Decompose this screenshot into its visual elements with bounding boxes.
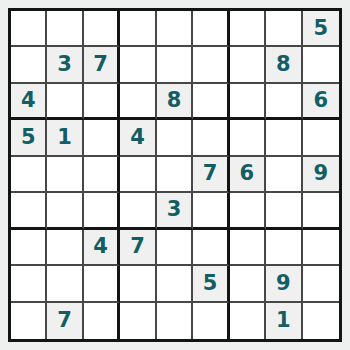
cell-r3c8[interactable] bbox=[266, 84, 302, 120]
cell-r3c4[interactable] bbox=[120, 84, 156, 120]
cell-r6c5[interactable]: 3 bbox=[157, 193, 193, 229]
cell-r9c5[interactable] bbox=[157, 303, 193, 339]
cell-r4c5[interactable] bbox=[157, 120, 193, 156]
cell-r6c6[interactable] bbox=[193, 193, 229, 229]
cell-r1c1[interactable] bbox=[11, 11, 47, 47]
cell-r4c9[interactable] bbox=[303, 120, 339, 156]
cell-r8c7[interactable] bbox=[230, 266, 266, 302]
cell-r5c5[interactable] bbox=[157, 157, 193, 193]
cell-r5c6[interactable]: 7 bbox=[193, 157, 229, 193]
cell-r6c9[interactable] bbox=[303, 193, 339, 229]
cell-r2c6[interactable] bbox=[193, 47, 229, 83]
cell-r3c5[interactable]: 8 bbox=[157, 84, 193, 120]
cell-r4c4[interactable]: 4 bbox=[120, 120, 156, 156]
cell-r6c4[interactable] bbox=[120, 193, 156, 229]
cell-r7c6[interactable] bbox=[193, 230, 229, 266]
page: 53784865147693475971 bbox=[0, 0, 350, 350]
cell-r9c9[interactable] bbox=[303, 303, 339, 339]
cell-r7c9[interactable] bbox=[303, 230, 339, 266]
cell-r7c7[interactable] bbox=[230, 230, 266, 266]
cell-r1c3[interactable] bbox=[84, 11, 120, 47]
cell-r3c6[interactable] bbox=[193, 84, 229, 120]
cell-r6c1[interactable] bbox=[11, 193, 47, 229]
sudoku-board: 53784865147693475971 bbox=[8, 8, 342, 342]
cell-r7c2[interactable] bbox=[47, 230, 83, 266]
cell-r4c7[interactable] bbox=[230, 120, 266, 156]
cell-r6c2[interactable] bbox=[47, 193, 83, 229]
cell-r3c7[interactable] bbox=[230, 84, 266, 120]
cell-r1c9[interactable]: 5 bbox=[303, 11, 339, 47]
cell-r2c2[interactable]: 3 bbox=[47, 47, 83, 83]
cell-r5c2[interactable] bbox=[47, 157, 83, 193]
cell-r9c1[interactable] bbox=[11, 303, 47, 339]
cell-r9c4[interactable] bbox=[120, 303, 156, 339]
cell-r5c4[interactable] bbox=[120, 157, 156, 193]
cell-r1c6[interactable] bbox=[193, 11, 229, 47]
cell-r3c9[interactable]: 6 bbox=[303, 84, 339, 120]
cell-r1c5[interactable] bbox=[157, 11, 193, 47]
cell-r5c7[interactable]: 6 bbox=[230, 157, 266, 193]
cell-r6c7[interactable] bbox=[230, 193, 266, 229]
cell-r4c8[interactable] bbox=[266, 120, 302, 156]
cell-r8c4[interactable] bbox=[120, 266, 156, 302]
cell-r4c3[interactable] bbox=[84, 120, 120, 156]
cell-r9c2[interactable]: 7 bbox=[47, 303, 83, 339]
cell-r1c7[interactable] bbox=[230, 11, 266, 47]
cell-r1c8[interactable] bbox=[266, 11, 302, 47]
cell-r1c2[interactable] bbox=[47, 11, 83, 47]
cell-r5c3[interactable] bbox=[84, 157, 120, 193]
cell-r5c8[interactable] bbox=[266, 157, 302, 193]
cell-r6c3[interactable] bbox=[84, 193, 120, 229]
cell-r2c4[interactable] bbox=[120, 47, 156, 83]
cell-r9c6[interactable] bbox=[193, 303, 229, 339]
cell-r3c3[interactable] bbox=[84, 84, 120, 120]
cell-r9c3[interactable] bbox=[84, 303, 120, 339]
cell-r5c9[interactable]: 9 bbox=[303, 157, 339, 193]
cell-r7c8[interactable] bbox=[266, 230, 302, 266]
cell-r7c3[interactable]: 4 bbox=[84, 230, 120, 266]
cell-r5c1[interactable] bbox=[11, 157, 47, 193]
cell-r3c1[interactable]: 4 bbox=[11, 84, 47, 120]
cell-r9c7[interactable] bbox=[230, 303, 266, 339]
cell-r7c5[interactable] bbox=[157, 230, 193, 266]
cell-r6c8[interactable] bbox=[266, 193, 302, 229]
cell-r8c9[interactable] bbox=[303, 266, 339, 302]
cell-r7c4[interactable]: 7 bbox=[120, 230, 156, 266]
cell-r4c6[interactable] bbox=[193, 120, 229, 156]
cell-r1c4[interactable] bbox=[120, 11, 156, 47]
cell-r8c8[interactable]: 9 bbox=[266, 266, 302, 302]
cell-r2c9[interactable] bbox=[303, 47, 339, 83]
cell-r2c7[interactable] bbox=[230, 47, 266, 83]
cell-r8c2[interactable] bbox=[47, 266, 83, 302]
cell-r8c1[interactable] bbox=[11, 266, 47, 302]
cell-r2c3[interactable]: 7 bbox=[84, 47, 120, 83]
cell-r3c2[interactable] bbox=[47, 84, 83, 120]
cell-r8c6[interactable]: 5 bbox=[193, 266, 229, 302]
cell-r4c1[interactable]: 5 bbox=[11, 120, 47, 156]
cell-r8c3[interactable] bbox=[84, 266, 120, 302]
cell-r2c1[interactable] bbox=[11, 47, 47, 83]
cell-r8c5[interactable] bbox=[157, 266, 193, 302]
cell-r7c1[interactable] bbox=[11, 230, 47, 266]
cell-r4c2[interactable]: 1 bbox=[47, 120, 83, 156]
cell-r9c8[interactable]: 1 bbox=[266, 303, 302, 339]
cell-r2c8[interactable]: 8 bbox=[266, 47, 302, 83]
cell-r2c5[interactable] bbox=[157, 47, 193, 83]
